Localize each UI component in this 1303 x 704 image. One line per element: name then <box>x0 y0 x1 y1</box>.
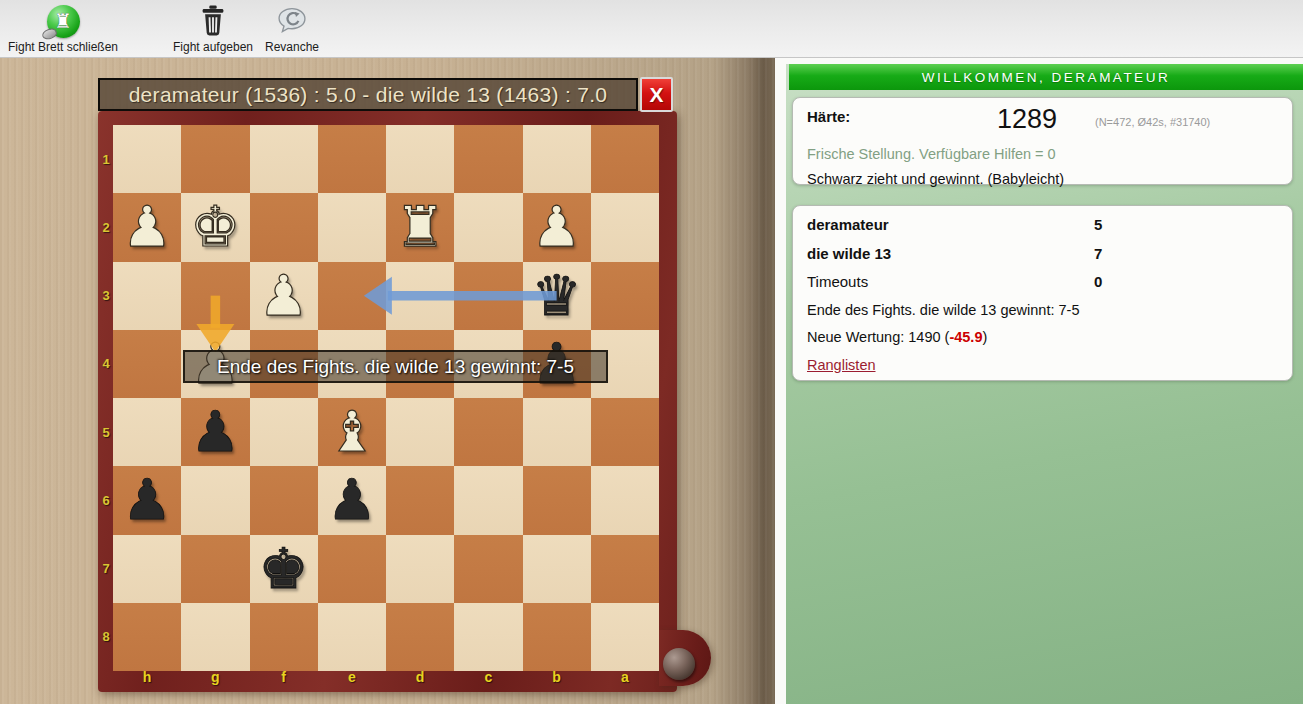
rankings-link[interactable]: Ranglisten <box>807 357 876 373</box>
square-d6[interactable] <box>386 466 454 534</box>
rank-label-1: 1 <box>100 125 112 193</box>
piece-black-pawn-g5[interactable]: ♟ <box>181 398 249 466</box>
close-icon: X <box>649 84 663 105</box>
square-d5[interactable] <box>386 398 454 466</box>
timeouts-label: Timeouts <box>807 273 868 290</box>
trash-icon <box>195 4 231 38</box>
piece-white-king-g2[interactable]: ♚ <box>181 193 249 261</box>
square-g8[interactable] <box>181 603 249 671</box>
fresh-position-text: Frische Stellung. Verfügbare Hilfen = 0 <box>807 146 1278 162</box>
puzzle-info-card: Härte: 1289 (N=472, Ø42s, #31740) Frisch… <box>792 97 1293 185</box>
square-e1[interactable] <box>318 125 386 193</box>
rank-label-2: 2 <box>100 193 112 261</box>
piece-black-king-f7[interactable]: ♚ <box>250 535 318 603</box>
file-label-h: h <box>113 669 181 689</box>
rank-label-5: 5 <box>100 398 112 466</box>
square-e8[interactable] <box>318 603 386 671</box>
panel-green-background: WILLKOMMEN, DERAMATEUR Härte: 1289 (N=47… <box>786 64 1303 704</box>
square-h3[interactable] <box>113 262 181 330</box>
welcome-header: WILLKOMMEN, DERAMATEUR <box>789 64 1303 90</box>
rating-delta: -45.9 <box>949 329 982 345</box>
rematch-button[interactable]: Revanche <box>252 4 332 56</box>
tool-label: Fight aufgeben <box>173 40 253 56</box>
file-label-c: c <box>454 669 522 689</box>
square-b7[interactable] <box>523 535 591 603</box>
player2-score: 7 <box>1094 245 1102 262</box>
tool-label: Fight Brett schließen <box>8 40 118 56</box>
piece-white-rook-d2[interactable]: ♜ <box>386 193 454 261</box>
square-g6[interactable] <box>181 466 249 534</box>
square-d1[interactable] <box>386 125 454 193</box>
square-a3[interactable] <box>591 262 659 330</box>
square-b6[interactable] <box>523 466 591 534</box>
square-f6[interactable] <box>250 466 318 534</box>
chess-board: ♟♚♜♟♟♛♟♟♟♝♟♟♚ <box>113 125 659 671</box>
square-c2[interactable] <box>454 193 522 261</box>
haerte-stats: (N=472, Ø42s, #31740) <box>1095 116 1210 128</box>
close-board-button[interactable]: X <box>640 77 673 112</box>
square-a7[interactable] <box>591 535 659 603</box>
player1-score: 5 <box>1094 216 1102 233</box>
square-a6[interactable] <box>591 466 659 534</box>
file-label-e: e <box>318 669 386 689</box>
tool-label: Revanche <box>265 40 319 56</box>
square-h8[interactable] <box>113 603 181 671</box>
knob-ball-icon <box>663 648 695 680</box>
new-rating-line: Neue Wertung: 1490 (-45.9) <box>807 329 1278 356</box>
fight-result-text: Ende des Fights. die wilde 13 gewinnt: 7… <box>217 356 574 378</box>
rank-label-3: 3 <box>100 262 112 330</box>
rook-sphere-icon: ♜ <box>45 4 81 38</box>
square-e7[interactable] <box>318 535 386 603</box>
square-a8[interactable] <box>591 603 659 671</box>
square-e3[interactable] <box>318 262 386 330</box>
piece-black-pawn-e6[interactable]: ♟ <box>318 466 386 534</box>
player2-name: die wilde 13 <box>807 245 891 262</box>
fight-result-overlay: Ende des Fights. die wilde 13 gewinnt: 7… <box>183 350 608 383</box>
match-score-title: deramateur (1536) : 5.0 - die wilde 13 (… <box>129 83 608 107</box>
square-g3[interactable] <box>181 262 249 330</box>
rank-label-6: 6 <box>100 466 112 534</box>
match-score-header: deramateur (1536) : 5.0 - die wilde 13 (… <box>98 78 638 111</box>
square-c5[interactable] <box>454 398 522 466</box>
fight-result-line: Ende des Fights. die wilde 13 gewinnt: 7… <box>807 302 1278 329</box>
square-f2[interactable] <box>250 193 318 261</box>
file-label-b: b <box>523 669 591 689</box>
piece-white-pawn-f3[interactable]: ♟ <box>250 262 318 330</box>
square-c7[interactable] <box>454 535 522 603</box>
square-h7[interactable] <box>113 535 181 603</box>
timeouts-value: 0 <box>1094 273 1102 290</box>
square-g7[interactable] <box>181 535 249 603</box>
square-e2[interactable] <box>318 193 386 261</box>
square-c8[interactable] <box>454 603 522 671</box>
rank-label-8: 8 <box>100 603 112 671</box>
toolbar: ♜ Fight Brett schließen Fight aufgeben <box>0 0 1303 58</box>
file-label-g: g <box>181 669 249 689</box>
piece-white-pawn-h2[interactable]: ♟ <box>113 193 181 261</box>
file-label-a: a <box>591 669 659 689</box>
piece-white-pawn-b2[interactable]: ♟ <box>523 193 591 261</box>
file-label-d: d <box>386 669 454 689</box>
welcome-text: WILLKOMMEN, DERAMATEUR <box>922 70 1170 85</box>
rank-label-4: 4 <box>100 330 112 398</box>
haerte-label: Härte: <box>807 108 850 125</box>
rank-label-7: 7 <box>100 535 112 603</box>
score-row: Timeouts 0 <box>807 273 1278 302</box>
piece-black-queen-b3[interactable]: ♛ <box>523 262 591 330</box>
score-card: deramateur 5 die wilde 13 7 Timeouts 0 E… <box>792 205 1293 381</box>
square-f1[interactable] <box>250 125 318 193</box>
square-f5[interactable] <box>250 398 318 466</box>
square-h5[interactable] <box>113 398 181 466</box>
square-c1[interactable] <box>454 125 522 193</box>
score-row: deramateur 5 <box>807 216 1278 245</box>
rank-labels: 12345678 <box>100 125 112 671</box>
square-g1[interactable] <box>181 125 249 193</box>
piece-black-pawn-h6[interactable]: ♟ <box>113 466 181 534</box>
square-h1[interactable] <box>113 125 181 193</box>
close-fight-board-button[interactable]: ♜ Fight Brett schließen <box>4 4 122 56</box>
speech-refresh-icon <box>274 4 310 38</box>
right-panel: WILLKOMMEN, DERAMATEUR Härte: 1289 (N=47… <box>775 58 1303 704</box>
square-c3[interactable] <box>454 262 522 330</box>
file-labels: hgfedcba <box>113 669 659 689</box>
haerte-value: 1289 <box>997 104 1057 135</box>
square-c6[interactable] <box>454 466 522 534</box>
square-d3[interactable] <box>386 262 454 330</box>
square-b5[interactable] <box>523 398 591 466</box>
player1-name: deramateur <box>807 216 889 233</box>
square-b1[interactable] <box>523 125 591 193</box>
task-text: Schwarz zieht und gewinnt. (Babyleicht) <box>807 171 1278 187</box>
square-b8[interactable] <box>523 603 591 671</box>
square-a1[interactable] <box>591 125 659 193</box>
square-a2[interactable] <box>591 193 659 261</box>
file-label-f: f <box>250 669 318 689</box>
square-d8[interactable] <box>386 603 454 671</box>
square-a5[interactable] <box>591 398 659 466</box>
piece-white-bishop-e5[interactable]: ♝ <box>318 398 386 466</box>
score-row: die wilde 13 7 <box>807 245 1278 274</box>
square-h4[interactable] <box>113 330 181 398</box>
square-f8[interactable] <box>250 603 318 671</box>
square-d7[interactable] <box>386 535 454 603</box>
